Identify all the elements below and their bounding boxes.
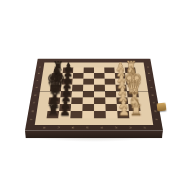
- brass-clasp: [157, 103, 167, 112]
- coordinate-label: 7: [57, 127, 59, 129]
- chess-board: ♜♟♟♜♞♟♟♞♝♟♟♝♚♟♟♚♛♟♟♛♝♟♟♝♞♟♟♞♜♟♟♜ 8765432…: [25, 59, 163, 131]
- coordinate-label: h: [155, 118, 157, 120]
- square: [72, 91, 83, 97]
- coordinate-label: 2: [129, 127, 131, 129]
- square: [94, 111, 106, 118]
- coordinate-label: h: [30, 118, 32, 120]
- coordinate-label: 1: [143, 127, 145, 129]
- square: [70, 111, 82, 118]
- square: [94, 91, 105, 97]
- board-front-edge: [25, 131, 163, 139]
- coordinate-label: a: [147, 66, 149, 67]
- board-squares: ♜♟♟♜♞♟♟♞♝♟♟♝♚♟♟♚♛♟♟♛♝♟♟♝♞♟♟♞♜♟♟♜: [47, 67, 142, 118]
- square: [82, 111, 94, 118]
- square: [83, 97, 94, 104]
- coordinate-label: c: [37, 79, 39, 81]
- coordinate-label: d: [36, 86, 38, 88]
- coordinate-label: 3: [114, 127, 116, 129]
- square: ♜: [129, 111, 142, 118]
- chess-set-photo: ♜♟♟♜♞♟♟♞♝♟♟♝♚♟♟♚♛♟♟♛♝♟♟♝♞♟♟♞♜♟♟♜ 8765432…: [0, 0, 180, 180]
- board-inner-border: ♜♟♟♜♞♟♟♞♝♟♟♝♚♟♟♚♛♟♟♛♝♟♟♝♞♟♟♞♜♟♟♜: [35, 63, 153, 125]
- coordinate-label: b: [38, 73, 40, 75]
- square: [94, 97, 105, 104]
- coordinate-label: f: [153, 102, 154, 104]
- square: [71, 104, 83, 111]
- coordinate-label: g: [32, 110, 34, 112]
- square: [105, 97, 117, 104]
- coordinate-label: g: [154, 110, 156, 112]
- square: [94, 104, 106, 111]
- square: ♟: [58, 111, 70, 118]
- piece-white-rook: ♜: [129, 103, 142, 118]
- coordinate-label: 4: [100, 127, 102, 129]
- piece-black-pawn: ♟: [59, 105, 71, 118]
- piece-white-pawn: ♟: [118, 105, 130, 118]
- piece-black-rook: ♜: [46, 103, 59, 118]
- square: [83, 91, 94, 97]
- coordinate-label: 5: [86, 127, 88, 129]
- square: ♟: [117, 111, 129, 118]
- coordinate-label: 8: [43, 127, 45, 129]
- square: [71, 97, 83, 104]
- coordinate-label: b: [148, 73, 150, 75]
- square: [105, 104, 117, 111]
- square: [105, 91, 116, 97]
- coordinate-label: e: [34, 94, 36, 96]
- coordinate-label: 6: [71, 127, 73, 129]
- coordinate-label: c: [149, 79, 151, 81]
- coordinate-label: f: [33, 102, 34, 104]
- square: [82, 104, 94, 111]
- coordinate-label: e: [152, 94, 154, 96]
- square: ♜: [47, 111, 60, 118]
- square: [106, 111, 118, 118]
- coordinate-label: a: [39, 66, 41, 67]
- coordinate-label: d: [150, 86, 152, 88]
